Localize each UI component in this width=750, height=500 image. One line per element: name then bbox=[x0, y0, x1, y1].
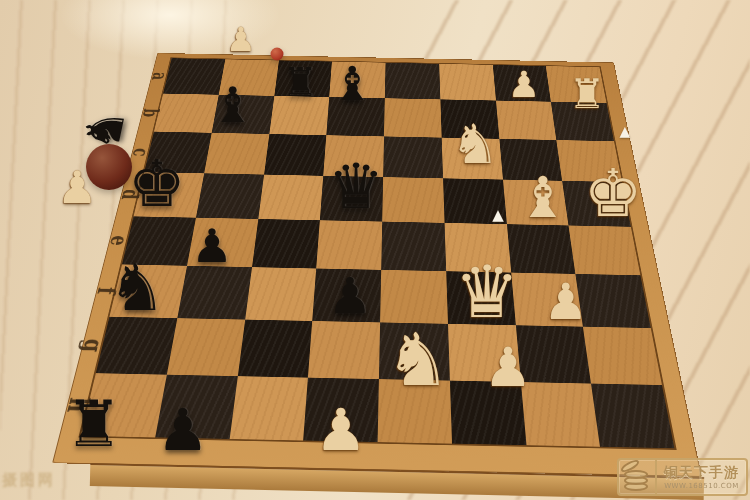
watermark-url: WWW.168510.COM bbox=[664, 482, 739, 490]
piece-white-pawn-g3[interactable]: ♟ bbox=[484, 341, 533, 395]
white-finial-tip-king[interactable]: ▲ bbox=[620, 124, 631, 138]
piece-black-knight-f8[interactable]: ♞ bbox=[108, 256, 166, 320]
piece-white-king-d1[interactable]: ♚ bbox=[584, 161, 643, 226]
piece-white-knight-g4[interactable]: ♞ bbox=[385, 324, 450, 397]
piece-white-rook-a1[interactable]: ♜ bbox=[569, 74, 605, 115]
piece-black-rook-a6[interactable]: ♜ bbox=[282, 63, 318, 103]
coins-icon bbox=[619, 460, 657, 494]
piece-white-pawn-f2[interactable]: ♟ bbox=[544, 278, 589, 328]
piece-white-bishop-d2[interactable]: ♝ bbox=[518, 169, 569, 226]
piece-white-queen-e3[interactable]: ♛ bbox=[455, 256, 520, 328]
corner-watermark: 摄图网 bbox=[2, 471, 56, 490]
piece-black-king-d8[interactable]: ♚ bbox=[128, 152, 186, 216]
piece-black-pawn-h7[interactable]: ♟ bbox=[157, 401, 209, 459]
piece-white-knight-b3[interactable]: ♞ bbox=[451, 118, 500, 172]
photo-background: abcdefgh ♚♝♜♝♛♟♞♟♟♜♜♟♞♝♚♛♟♟♞♟♟♞♟▲▲ 摄图网 铜… bbox=[0, 0, 750, 500]
piece-black-rook-h8[interactable]: ♜ bbox=[65, 393, 122, 457]
watermark-title: 铜天下手游 bbox=[664, 464, 739, 482]
pieces-layer: ♚♝♜♝♛♟♞♟♟♜♜♟♞♝♚♛♟♟♞♟♟♞♟▲▲ bbox=[0, 0, 750, 500]
piece-white-pawn-h5[interactable]: ♟ bbox=[315, 401, 367, 459]
white-pawn-table-top[interactable]: ♟ bbox=[226, 23, 256, 56]
piece-black-bishop-b7[interactable]: ♝ bbox=[211, 81, 255, 130]
piece-black-bishop-a5[interactable]: ♝ bbox=[331, 60, 373, 107]
piece-white-pawn-a2[interactable]: ♟ bbox=[508, 67, 540, 103]
captured-white-pawn-left[interactable]: ♟ bbox=[57, 166, 97, 211]
piece-black-pawn-e5[interactable]: ♟ bbox=[328, 272, 372, 322]
white-finial-tip-queen[interactable]: ▲ bbox=[492, 208, 504, 223]
piece-black-queen-c5[interactable]: ♛ bbox=[328, 156, 384, 218]
piece-black-pawn-d7[interactable]: ♟ bbox=[191, 223, 233, 269]
watermark-box: 铜天下手游 WWW.168510.COM bbox=[617, 458, 748, 496]
